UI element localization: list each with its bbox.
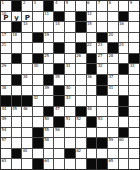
clue-number: 57: [2, 138, 7, 142]
clue-number: 63: [2, 159, 7, 163]
cell-r11c2[interactable]: 45: [12, 107, 22, 117]
black-cell-r11c8: [76, 107, 86, 117]
clue-number: 41: [108, 86, 113, 90]
clue-number: 35: [55, 75, 60, 79]
cell-r11c13[interactable]: [129, 107, 139, 117]
clue-number: 6: [87, 1, 89, 5]
cell-r15c12[interactable]: [119, 149, 129, 159]
cell-r9c1[interactable]: 38: [1, 86, 11, 96]
clue-number: 58: [44, 138, 49, 142]
clue-number: 49: [2, 117, 7, 121]
cell-r15c10[interactable]: [97, 149, 107, 159]
clue-number: 29: [2, 64, 7, 68]
cell-r13c1[interactable]: 54: [1, 128, 11, 138]
cell-r15c4[interactable]: [33, 149, 43, 159]
clue-number: 11: [44, 12, 49, 16]
cell-r11c6[interactable]: 47: [54, 107, 64, 117]
cell-r7c13[interactable]: 33: [129, 64, 139, 74]
cell-r5c13[interactable]: [129, 43, 139, 53]
clue-number: 44: [2, 107, 7, 111]
clue-number: 48: [87, 107, 92, 111]
clue-number: 50: [44, 117, 49, 121]
cell-r11c1[interactable]: 44: [1, 107, 11, 117]
cell-r1c13[interactable]: 9: [129, 1, 139, 11]
cell-r12c3[interactable]: [22, 117, 32, 127]
cell-r13c9[interactable]: [87, 128, 97, 138]
cell-r9c11[interactable]: 41: [108, 86, 118, 96]
entered-letter: y: [12, 14, 22, 21]
clue-number: 20: [108, 33, 113, 37]
black-cell-r7c6: [54, 64, 64, 74]
clue-number: 31: [66, 64, 71, 68]
cell-r11c3[interactable]: 46: [22, 107, 32, 117]
cell-r7c7[interactable]: 31: [65, 64, 75, 74]
cell-r16c2[interactable]: [12, 159, 22, 169]
cell-r5c7[interactable]: [65, 43, 75, 53]
clue-number: 12: [87, 12, 92, 16]
black-cell-r4c4: [33, 33, 43, 43]
cell-r9c3[interactable]: [22, 86, 32, 96]
clue-number: 56: [55, 128, 60, 132]
cell-r9c12[interactable]: [119, 86, 129, 96]
cell-r8c7[interactable]: [65, 75, 75, 85]
black-cell-r6c4: [33, 54, 43, 64]
cell-r1c3[interactable]: 2: [22, 1, 32, 11]
cell-r7c3[interactable]: [22, 64, 32, 74]
black-cell-r5c8: [76, 43, 86, 53]
cell-r16c13[interactable]: [129, 159, 139, 169]
cell-r12c2[interactable]: [12, 117, 22, 127]
cell-r12c10[interactable]: 53: [97, 117, 107, 127]
cell-r5c3[interactable]: [22, 43, 32, 53]
cell-r9c7[interactable]: 40: [65, 86, 75, 96]
black-cell-r10c12: [119, 96, 129, 106]
cell-r8c12[interactable]: [119, 75, 129, 85]
cell-r3c4[interactable]: [33, 22, 43, 32]
cell-r4c5[interactable]: 19: [44, 33, 54, 43]
cell-r7c8[interactable]: [76, 64, 86, 74]
cell-r2c9[interactable]: 12: [87, 12, 97, 22]
cell-r5c12[interactable]: 24: [119, 43, 129, 53]
cell-r10c9[interactable]: [87, 96, 97, 106]
black-cell-r14c10: [97, 138, 107, 148]
clue-number: 38: [2, 86, 7, 90]
cell-r12c11[interactable]: [108, 117, 118, 127]
cell-r12c5[interactable]: 50: [44, 117, 54, 127]
black-cell-r6c13: [129, 54, 139, 64]
clue-number: 14: [55, 22, 60, 26]
cell-r8c9[interactable]: 36: [87, 75, 97, 85]
cell-r2c13[interactable]: [129, 12, 139, 22]
cell-r8c6[interactable]: 35: [54, 75, 64, 85]
cell-r15c5[interactable]: [44, 149, 54, 159]
cell-r12c8[interactable]: 52: [76, 117, 86, 127]
clue-number: 34: [23, 75, 28, 79]
black-cell-r9c6: [54, 86, 64, 96]
cell-r12c7[interactable]: 51: [65, 117, 75, 127]
clue-number: 43: [66, 96, 71, 100]
cell-r9c2[interactable]: [12, 86, 22, 96]
cell-r13c11[interactable]: [108, 128, 118, 138]
clue-number: 37: [108, 75, 113, 79]
cell-r5c10[interactable]: 23: [97, 43, 107, 53]
cell-r8c3[interactable]: 34: [22, 75, 32, 85]
black-cell-r10c2: [12, 96, 22, 106]
cell-r5c9[interactable]: 22: [87, 43, 97, 53]
cell-r15c9[interactable]: [87, 149, 97, 159]
cell-r13c3[interactable]: [22, 128, 32, 138]
clue-number: 30: [34, 64, 39, 68]
clue-number: 25: [44, 54, 49, 58]
black-cell-r10c6: [54, 96, 64, 106]
cell-r6c5[interactable]: 25: [44, 54, 54, 64]
cell-r3c3[interactable]: 13: [22, 22, 32, 32]
cell-r1c10[interactable]: 7: [97, 1, 107, 11]
clue-number: 5: [66, 1, 68, 5]
cell-r3c1[interactable]: [1, 22, 11, 32]
cell-r9c5[interactable]: 39: [44, 86, 54, 96]
cell-r16c7[interactable]: [65, 159, 75, 169]
clue-number: 2: [23, 1, 25, 5]
black-cell-r3c2: [12, 22, 22, 32]
cell-r4c9[interactable]: [87, 33, 97, 43]
cell-r6c12[interactable]: [119, 54, 129, 64]
cell-r9c13[interactable]: [129, 86, 139, 96]
black-cell-r8c5: [44, 75, 54, 85]
clue-number: 53: [98, 117, 103, 121]
black-cell-r11c5: [44, 107, 54, 117]
cell-r14c6[interactable]: [54, 138, 64, 148]
cell-r13c6[interactable]: 56: [54, 128, 64, 138]
cell-r3c11[interactable]: [108, 22, 118, 32]
cell-r3c7[interactable]: [65, 22, 75, 32]
cell-r11c10[interactable]: [97, 107, 107, 117]
cell-r3c10[interactable]: [97, 22, 107, 32]
cell-r6c7[interactable]: [65, 54, 75, 64]
clue-number: 13: [23, 22, 28, 26]
cell-r1c12[interactable]: [119, 1, 129, 11]
clue-number: 42: [34, 96, 39, 100]
cell-r4c2[interactable]: 18: [12, 33, 22, 43]
cell-r1c9[interactable]: 6: [87, 1, 97, 11]
clue-number: 28: [108, 54, 113, 58]
clue-number: 54: [2, 128, 7, 132]
cell-r4c6[interactable]: [54, 33, 64, 43]
cell-r10c10[interactable]: [97, 96, 107, 106]
cell-r2c10[interactable]: [97, 12, 107, 22]
cell-r14c11[interactable]: 59: [108, 138, 118, 148]
black-cell-r1c2: [12, 1, 22, 11]
black-cell-r5c11: [108, 43, 118, 53]
cell-r13c10[interactable]: [97, 128, 107, 138]
cell-r16c12[interactable]: [119, 159, 129, 169]
cell-r13c13[interactable]: [129, 128, 139, 138]
cell-r2c2[interactable]: y: [12, 12, 22, 22]
clue-number: 1: [2, 1, 4, 5]
clue-number: 47: [55, 107, 60, 111]
cell-r2c5[interactable]: 11: [44, 12, 54, 22]
clue-number: 18: [12, 33, 17, 37]
cell-r11c4[interactable]: [33, 107, 43, 117]
clue-number: 16: [119, 22, 124, 26]
cell-r4c1[interactable]: 17: [1, 33, 11, 43]
black-cell-r15c2: [12, 149, 22, 159]
cell-r11c11[interactable]: [108, 107, 118, 117]
cell-r3c9[interactable]: 15: [87, 22, 97, 32]
black-cell-r10c1: [1, 96, 11, 106]
cell-r3c5[interactable]: [44, 22, 54, 32]
crossword-screenshot: 12345678910PyP11121314151617181920212223…: [0, 0, 140, 170]
cell-r6c6[interactable]: [54, 54, 64, 64]
cell-r12c13[interactable]: [129, 117, 139, 127]
cell-r10c11[interactable]: [108, 96, 118, 106]
cell-r8c8[interactable]: [76, 75, 86, 85]
clue-number: 59: [108, 138, 113, 142]
cell-r16c1[interactable]: 63: [1, 159, 11, 169]
cell-r4c8[interactable]: [76, 33, 86, 43]
black-cell-r16c4: [33, 159, 43, 169]
cell-r16c8[interactable]: [76, 159, 86, 169]
cell-r3c13[interactable]: [129, 22, 139, 32]
clue-number: 23: [98, 43, 103, 47]
clue-number: 65: [108, 159, 113, 163]
clue-number: 32: [98, 64, 103, 68]
cell-r5c1[interactable]: 21: [1, 43, 11, 53]
black-cell-r5c6: [54, 43, 64, 53]
cell-r9c9[interactable]: [87, 86, 97, 96]
cell-r13c2[interactable]: [12, 128, 22, 138]
cell-r5c4[interactable]: [33, 43, 43, 53]
clue-number: 60: [119, 138, 124, 142]
cell-r5c5[interactable]: [44, 43, 54, 53]
black-cell-r2c6: [54, 12, 64, 22]
cell-r7c5[interactable]: [44, 64, 54, 74]
cell-r15c3[interactable]: 61: [22, 149, 32, 159]
cell-r12c1[interactable]: 49: [1, 117, 11, 127]
cell-r8c13[interactable]: [129, 75, 139, 85]
clue-number: 9: [130, 1, 132, 5]
cell-r1c8[interactable]: [76, 1, 86, 11]
cell-r8c4[interactable]: [33, 75, 43, 85]
black-cell-r16c9: [87, 159, 97, 169]
clue-number: 4: [55, 1, 57, 5]
black-cell-r2c8: [76, 12, 86, 22]
cell-r16c5[interactable]: 64: [44, 159, 54, 169]
cell-r15c13[interactable]: [129, 149, 139, 159]
black-cell-r1c5: [44, 1, 54, 11]
crossword-grid: 12345678910PyP11121314151617181920212223…: [0, 0, 140, 170]
cell-r14c5[interactable]: 58: [44, 138, 54, 148]
cell-r3c12[interactable]: 16: [119, 22, 129, 32]
clue-number: 7: [98, 1, 100, 5]
cell-r9c8[interactable]: [76, 86, 86, 96]
black-cell-r8c2: [12, 75, 22, 85]
cell-r15c8[interactable]: 62: [76, 149, 86, 159]
black-cell-r16c10: [97, 159, 107, 169]
cell-r1c6[interactable]: 4: [54, 1, 64, 11]
cell-r8c11[interactable]: 37: [108, 75, 118, 85]
black-cell-r8c10: [97, 75, 107, 85]
cell-r10c13[interactable]: [129, 96, 139, 106]
cell-r1c1[interactable]: 1: [1, 1, 11, 11]
cell-r14c12[interactable]: 60: [119, 138, 129, 148]
cell-r4c12[interactable]: [119, 33, 129, 43]
clue-number: 62: [76, 149, 81, 153]
cell-r16c6[interactable]: [54, 159, 64, 169]
clue-number: 15: [87, 22, 92, 26]
black-cell-r14c4: [33, 138, 43, 148]
cell-r2c1[interactable]: 10P: [1, 12, 11, 22]
black-cell-r7c9: [87, 64, 97, 74]
cell-r10c8[interactable]: [76, 96, 86, 106]
cell-r6c3[interactable]: [22, 54, 32, 64]
clue-number: 33: [130, 64, 135, 68]
cell-r7c10[interactable]: 32: [97, 64, 107, 74]
cell-r2c11[interactable]: [108, 12, 118, 22]
cell-r2c4[interactable]: [33, 12, 43, 22]
clue-number: 19: [44, 33, 49, 37]
cell-r7c11[interactable]: [108, 64, 118, 74]
clue-number: 3: [34, 1, 36, 5]
cell-r6c10[interactable]: 27: [97, 54, 107, 64]
cell-r7c2[interactable]: [12, 64, 22, 74]
black-cell-r12c6: [54, 117, 64, 127]
cell-r7c4[interactable]: 30: [33, 64, 43, 74]
cell-r14c2[interactable]: [12, 138, 22, 148]
clue-number: 24: [119, 43, 124, 47]
clue-number: 39: [44, 86, 49, 90]
clue-number: 22: [87, 43, 92, 47]
cell-r1c4[interactable]: 3: [33, 1, 43, 11]
cell-r10c7[interactable]: 43: [65, 96, 75, 106]
cell-r4c7[interactable]: [65, 33, 75, 43]
cell-r14c8[interactable]: [76, 138, 86, 148]
black-cell-r6c2: [12, 54, 22, 64]
cell-r11c7[interactable]: [65, 107, 75, 117]
clue-number: 61: [23, 149, 28, 153]
cell-r9c4[interactable]: [33, 86, 43, 96]
cell-r7c1[interactable]: 29: [1, 64, 11, 74]
clue-number: 17: [2, 33, 7, 37]
clue-number: 46: [23, 107, 28, 111]
black-cell-r6c9: [87, 54, 97, 64]
cell-r12c12[interactable]: [119, 117, 129, 127]
cell-r4c11[interactable]: 20: [108, 33, 118, 43]
clue-number: 8: [108, 1, 110, 5]
black-cell-r14c9: [87, 138, 97, 148]
black-cell-r7c12: [119, 64, 129, 74]
black-cell-r11c12: [119, 107, 129, 117]
cell-r1c11[interactable]: 8: [108, 1, 118, 11]
cell-r10c5[interactable]: [44, 96, 54, 106]
clue-number: 64: [44, 159, 49, 163]
cell-r4c3[interactable]: [22, 33, 32, 43]
cell-r1c7[interactable]: 5: [65, 1, 75, 11]
cell-r5c2[interactable]: [12, 43, 22, 53]
cell-r14c1[interactable]: 57: [1, 138, 11, 148]
entered-letter: P: [1, 14, 11, 21]
cell-r12c4[interactable]: [33, 117, 43, 127]
cell-r14c7[interactable]: [65, 138, 75, 148]
cell-r16c3[interactable]: [22, 159, 32, 169]
cell-r14c3[interactable]: [22, 138, 32, 148]
clue-number: 27: [98, 54, 103, 58]
cell-r10c4[interactable]: 42: [33, 96, 43, 106]
cell-r2c7[interactable]: [65, 12, 75, 22]
cell-r15c11[interactable]: [108, 149, 118, 159]
black-cell-r10c3: [22, 96, 32, 106]
cell-r15c1[interactable]: [1, 149, 11, 159]
black-cell-r13c12: [119, 128, 129, 138]
clue-number: 52: [76, 117, 81, 121]
cell-r15c6[interactable]: [54, 149, 64, 159]
cell-r6c8[interactable]: 26: [76, 54, 86, 64]
cell-r6c1[interactable]: [1, 54, 11, 64]
cell-r4c13[interactable]: [129, 33, 139, 43]
black-cell-r15c7: [65, 149, 75, 159]
cell-r13c5[interactable]: 55: [44, 128, 54, 138]
cell-r8c1[interactable]: [1, 75, 11, 85]
clue-number: 26: [76, 54, 81, 58]
cell-r2c3[interactable]: P: [22, 12, 32, 22]
clue-number: 21: [2, 43, 7, 47]
black-cell-r13c4: [33, 128, 43, 138]
cell-r6c11[interactable]: 28: [108, 54, 118, 64]
clue-number: 51: [66, 117, 71, 121]
clue-number: 36: [87, 75, 92, 79]
cell-r13c8[interactable]: [76, 128, 86, 138]
entered-letter: P: [22, 14, 32, 21]
clue-number: 45: [12, 107, 17, 111]
cell-r13c7[interactable]: [65, 128, 75, 138]
black-cell-r2c12: [119, 12, 129, 22]
cell-r11c9[interactable]: 48: [87, 107, 97, 117]
cell-r14c13[interactable]: [129, 138, 139, 148]
clue-number: 55: [44, 128, 49, 132]
cell-r16c11[interactable]: 65: [108, 159, 118, 169]
black-cell-r3c8: [76, 22, 86, 32]
black-cell-r4c10: [97, 33, 107, 43]
clue-number: 40: [66, 86, 71, 90]
cell-r3c6[interactable]: 14: [54, 22, 64, 32]
black-cell-r12c9: [87, 117, 97, 127]
black-cell-r9c10: [97, 86, 107, 96]
